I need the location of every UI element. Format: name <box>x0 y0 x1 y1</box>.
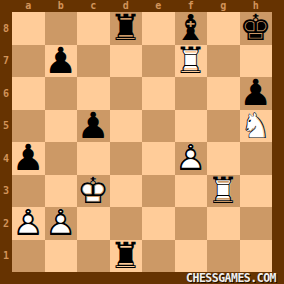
square-c5[interactable]: ♟ <box>77 110 110 143</box>
square-e6[interactable] <box>142 77 175 110</box>
square-a8[interactable] <box>12 12 45 45</box>
piece-outline-layer: ♙ <box>175 142 208 175</box>
rank-label-5: 5 <box>0 110 12 143</box>
square-g8[interactable] <box>207 12 240 45</box>
square-g5[interactable] <box>207 110 240 143</box>
black-rook: ♜ <box>110 12 143 45</box>
black-rook: ♜ <box>110 240 143 273</box>
piece-fill-layer: ♞ <box>240 110 273 143</box>
file-label-c: c <box>77 0 110 12</box>
black-pawn: ♟ <box>12 142 45 175</box>
square-f3[interactable] <box>175 175 208 208</box>
rank-labels: 87654321 <box>0 12 12 272</box>
piece-glyph: ♚ <box>240 12 273 45</box>
file-label-a: a <box>12 0 45 12</box>
white-rook: ♜♖ <box>207 175 240 208</box>
white-king: ♚♔ <box>77 175 110 208</box>
square-f5[interactable] <box>175 110 208 143</box>
file-label-d: d <box>110 0 143 12</box>
piece-glyph: ♟ <box>77 110 110 143</box>
square-e2[interactable] <box>142 207 175 240</box>
rank-label-7: 7 <box>0 45 12 78</box>
square-b8[interactable] <box>45 12 78 45</box>
piece-glyph: ♝ <box>175 12 208 45</box>
square-h1[interactable] <box>240 240 273 273</box>
square-f7[interactable]: ♜♖ <box>175 45 208 78</box>
white-rook: ♜♖ <box>175 45 208 78</box>
piece-outline-layer: ♖ <box>175 45 208 78</box>
piece-glyph: ♟ <box>45 45 78 78</box>
piece-outline-layer: ♔ <box>77 175 110 208</box>
square-g3[interactable]: ♜♖ <box>207 175 240 208</box>
piece-outline-layer: ♘ <box>240 110 273 143</box>
chess-diagram: abcdefgh 87654321 ♜♝♚♟♜♖♟♟♞♘♟♟♙♚♔♜♖♟♙♟♙♜… <box>0 0 284 284</box>
square-e5[interactable] <box>142 110 175 143</box>
square-f8[interactable]: ♝ <box>175 12 208 45</box>
black-pawn: ♟ <box>45 45 78 78</box>
square-g1[interactable] <box>207 240 240 273</box>
square-e7[interactable] <box>142 45 175 78</box>
file-label-h: h <box>240 0 273 12</box>
square-c7[interactable] <box>77 45 110 78</box>
piece-outline-layer: ♙ <box>45 207 78 240</box>
file-label-g: g <box>207 0 240 12</box>
square-a4[interactable]: ♟ <box>12 142 45 175</box>
square-h2[interactable] <box>240 207 273 240</box>
black-pawn: ♟ <box>77 110 110 143</box>
square-c2[interactable] <box>77 207 110 240</box>
piece-glyph: ♟ <box>240 77 273 110</box>
square-a3[interactable] <box>12 175 45 208</box>
piece-fill-layer: ♟ <box>175 142 208 175</box>
square-a6[interactable] <box>12 77 45 110</box>
file-labels: abcdefgh <box>12 0 272 12</box>
square-f1[interactable] <box>175 240 208 273</box>
piece-glyph: ♜ <box>110 12 143 45</box>
piece-outline-layer: ♖ <box>207 175 240 208</box>
square-d2[interactable] <box>110 207 143 240</box>
rank-label-2: 2 <box>0 207 12 240</box>
square-a1[interactable] <box>12 240 45 273</box>
white-pawn: ♟♙ <box>45 207 78 240</box>
square-g2[interactable] <box>207 207 240 240</box>
rank-label-8: 8 <box>0 12 12 45</box>
square-h3[interactable] <box>240 175 273 208</box>
black-bishop: ♝ <box>175 12 208 45</box>
square-d8[interactable]: ♜ <box>110 12 143 45</box>
square-b5[interactable] <box>45 110 78 143</box>
white-knight: ♞♘ <box>240 110 273 143</box>
piece-fill-layer: ♜ <box>175 45 208 78</box>
white-pawn: ♟♙ <box>12 207 45 240</box>
square-c1[interactable] <box>77 240 110 273</box>
square-c4[interactable] <box>77 142 110 175</box>
square-c3[interactable]: ♚♔ <box>77 175 110 208</box>
square-a7[interactable] <box>12 45 45 78</box>
square-c6[interactable] <box>77 77 110 110</box>
square-d4[interactable] <box>110 142 143 175</box>
square-h8[interactable]: ♚ <box>240 12 273 45</box>
square-f4[interactable]: ♟♙ <box>175 142 208 175</box>
square-g7[interactable] <box>207 45 240 78</box>
piece-fill-layer: ♚ <box>77 175 110 208</box>
square-g4[interactable] <box>207 142 240 175</box>
square-b7[interactable]: ♟ <box>45 45 78 78</box>
square-d3[interactable] <box>110 175 143 208</box>
square-h5[interactable]: ♞♘ <box>240 110 273 143</box>
square-d6[interactable] <box>110 77 143 110</box>
square-d5[interactable] <box>110 110 143 143</box>
square-e3[interactable] <box>142 175 175 208</box>
piece-fill-layer: ♜ <box>207 175 240 208</box>
rank-label-6: 6 <box>0 77 12 110</box>
square-b1[interactable] <box>45 240 78 273</box>
square-f2[interactable] <box>175 207 208 240</box>
piece-outline-layer: ♙ <box>12 207 45 240</box>
square-h7[interactable] <box>240 45 273 78</box>
rank-label-3: 3 <box>0 175 12 208</box>
piece-fill-layer: ♟ <box>45 207 78 240</box>
square-b3[interactable] <box>45 175 78 208</box>
piece-fill-layer: ♟ <box>12 207 45 240</box>
rank-label-1: 1 <box>0 240 12 273</box>
file-label-e: e <box>142 0 175 12</box>
square-e1[interactable] <box>142 240 175 273</box>
white-pawn: ♟♙ <box>175 142 208 175</box>
square-a5[interactable] <box>12 110 45 143</box>
watermark: CHESSGAMES.COM <box>186 272 276 284</box>
black-king: ♚ <box>240 12 273 45</box>
square-h4[interactable] <box>240 142 273 175</box>
square-h6[interactable]: ♟ <box>240 77 273 110</box>
square-e4[interactable] <box>142 142 175 175</box>
piece-glyph: ♟ <box>12 142 45 175</box>
square-d1[interactable]: ♜ <box>110 240 143 273</box>
square-g6[interactable] <box>207 77 240 110</box>
square-b6[interactable] <box>45 77 78 110</box>
file-label-f: f <box>175 0 208 12</box>
square-d7[interactable] <box>110 45 143 78</box>
square-c8[interactable] <box>77 12 110 45</box>
square-b4[interactable] <box>45 142 78 175</box>
file-label-b: b <box>45 0 78 12</box>
square-e8[interactable] <box>142 12 175 45</box>
black-pawn: ♟ <box>240 77 273 110</box>
square-a2[interactable]: ♟♙ <box>12 207 45 240</box>
rank-label-4: 4 <box>0 142 12 175</box>
chess-board: ♜♝♚♟♜♖♟♟♞♘♟♟♙♚♔♜♖♟♙♟♙♜ <box>12 12 272 272</box>
square-b2[interactable]: ♟♙ <box>45 207 78 240</box>
square-f6[interactable] <box>175 77 208 110</box>
piece-glyph: ♜ <box>110 240 143 273</box>
